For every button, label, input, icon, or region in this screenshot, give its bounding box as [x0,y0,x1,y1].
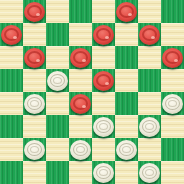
checkers-board [0,0,184,184]
square-r4c6 [138,92,161,115]
red-piece[interactable] [116,2,137,22]
square-r3c4[interactable] [92,69,115,92]
square-r0c4 [92,0,115,23]
square-r7c4[interactable] [92,161,115,184]
square-r2c1[interactable] [23,46,46,69]
square-r2c4 [92,46,115,69]
white-piece[interactable] [139,163,160,183]
square-r0c6 [138,0,161,23]
square-r7c1 [23,161,46,184]
square-r0c5[interactable] [115,0,138,23]
square-r5c3 [69,115,92,138]
white-piece[interactable] [93,163,114,183]
square-r7c3 [69,161,92,184]
white-piece[interactable] [116,140,137,160]
square-r0c3[interactable] [69,0,92,23]
square-r5c4[interactable] [92,115,115,138]
square-r6c7[interactable] [161,138,184,161]
square-r4c1[interactable] [23,92,46,115]
square-r0c1[interactable] [23,0,46,23]
square-r4c0 [0,92,23,115]
red-piece[interactable] [24,2,45,22]
square-r2c3[interactable] [69,46,92,69]
square-r6c2 [46,138,69,161]
red-piece[interactable] [1,25,22,45]
white-piece[interactable] [93,117,114,137]
red-piece[interactable] [24,48,45,68]
square-r2c0 [0,46,23,69]
square-r5c2[interactable] [46,115,69,138]
red-piece[interactable] [70,94,91,114]
square-r5c6[interactable] [138,115,161,138]
square-r6c6 [138,138,161,161]
red-piece[interactable] [162,48,183,68]
square-r5c5 [115,115,138,138]
square-r5c0[interactable] [0,115,23,138]
square-r4c2 [46,92,69,115]
red-piece[interactable] [70,48,91,68]
square-r4c5[interactable] [115,92,138,115]
square-r7c7 [161,161,184,184]
square-r0c2 [46,0,69,23]
square-r3c6[interactable] [138,69,161,92]
square-r3c5 [115,69,138,92]
square-r0c0 [0,0,23,23]
square-r1c4[interactable] [92,23,115,46]
square-r0c7[interactable] [161,0,184,23]
square-r5c7 [161,115,184,138]
square-r7c5 [115,161,138,184]
red-piece[interactable] [93,71,114,91]
square-r6c1[interactable] [23,138,46,161]
square-r4c7[interactable] [161,92,184,115]
square-r1c3 [69,23,92,46]
square-r7c0[interactable] [0,161,23,184]
square-r6c0 [0,138,23,161]
square-r3c2[interactable] [46,69,69,92]
square-r6c4 [92,138,115,161]
square-r2c6 [138,46,161,69]
square-r3c1 [23,69,46,92]
square-r7c6[interactable] [138,161,161,184]
square-r4c3[interactable] [69,92,92,115]
square-r7c2[interactable] [46,161,69,184]
white-piece[interactable] [139,117,160,137]
square-r3c7 [161,69,184,92]
white-piece[interactable] [24,140,45,160]
square-r2c2 [46,46,69,69]
red-piece[interactable] [93,25,114,45]
white-piece[interactable] [24,94,45,114]
square-r5c1 [23,115,46,138]
square-r6c5[interactable] [115,138,138,161]
square-r4c4 [92,92,115,115]
square-r1c7 [161,23,184,46]
white-piece[interactable] [162,94,183,114]
square-r3c3 [69,69,92,92]
square-r6c3[interactable] [69,138,92,161]
square-r1c5 [115,23,138,46]
square-r1c2[interactable] [46,23,69,46]
square-r2c5[interactable] [115,46,138,69]
square-r3c0[interactable] [0,69,23,92]
square-r1c0[interactable] [0,23,23,46]
square-r1c6[interactable] [138,23,161,46]
square-r1c1 [23,23,46,46]
white-piece[interactable] [70,140,91,160]
red-piece[interactable] [139,25,160,45]
white-piece[interactable] [47,71,68,91]
square-r2c7[interactable] [161,46,184,69]
